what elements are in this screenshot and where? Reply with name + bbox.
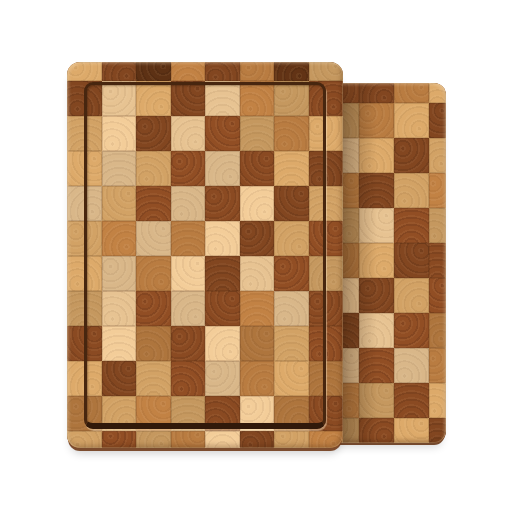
board-cell xyxy=(67,361,102,396)
board-cell xyxy=(102,186,137,221)
board-cell xyxy=(429,103,446,138)
board-cell xyxy=(136,396,171,431)
board-cell xyxy=(359,348,394,383)
board-cell xyxy=(136,291,171,326)
board-cell xyxy=(394,348,429,383)
product-photo-canvas: Two end-grain checkerboard wooden cuttin… xyxy=(0,0,510,510)
board-cell xyxy=(274,186,309,221)
board-cell xyxy=(171,116,206,151)
board-cell xyxy=(309,186,344,221)
board-cell xyxy=(240,256,275,291)
board-cell xyxy=(429,208,446,243)
board-cell xyxy=(205,186,240,221)
board-cell xyxy=(67,291,102,326)
board-cell xyxy=(394,418,429,443)
board-cell xyxy=(429,243,446,278)
board-cell xyxy=(102,431,137,448)
board-cell xyxy=(102,116,137,151)
board-cell xyxy=(171,221,206,256)
board-cell xyxy=(205,431,240,448)
board-cell xyxy=(240,361,275,396)
board-cell xyxy=(394,138,429,173)
board-cell xyxy=(102,81,137,116)
board-cell xyxy=(136,81,171,116)
board-cell xyxy=(102,326,137,361)
board-cell xyxy=(309,151,344,186)
board-cell xyxy=(429,383,446,418)
board-cell xyxy=(205,396,240,431)
board-cell xyxy=(67,186,102,221)
board-cell xyxy=(136,256,171,291)
board-cell xyxy=(394,208,429,243)
board-cell xyxy=(67,81,102,116)
board-cell xyxy=(274,396,309,431)
board-cell xyxy=(309,326,344,361)
board-cell xyxy=(171,81,206,116)
board-cell xyxy=(274,116,309,151)
board-cell xyxy=(171,396,206,431)
board-cell xyxy=(240,396,275,431)
board-cell xyxy=(136,431,171,448)
board-cell xyxy=(359,138,394,173)
board-cell xyxy=(67,62,102,81)
board-cell xyxy=(274,62,309,81)
board-cell xyxy=(136,116,171,151)
board-cell xyxy=(102,151,137,186)
board-cell xyxy=(102,291,137,326)
board-cell xyxy=(102,256,137,291)
board-cell xyxy=(102,62,137,81)
board-cell xyxy=(240,116,275,151)
board-cell xyxy=(274,431,309,448)
board-cell xyxy=(67,326,102,361)
board-cell xyxy=(136,221,171,256)
board-cell xyxy=(359,173,394,208)
board-cell xyxy=(394,103,429,138)
board-cell xyxy=(67,116,102,151)
board-cell xyxy=(171,291,206,326)
board-cell xyxy=(309,291,344,326)
board-cell xyxy=(240,81,275,116)
board-cell xyxy=(309,361,344,396)
board-cell xyxy=(429,173,446,208)
board-cell xyxy=(136,326,171,361)
board-cell xyxy=(394,173,429,208)
board-cell xyxy=(240,291,275,326)
board-cell xyxy=(136,62,171,81)
board-cell xyxy=(205,62,240,81)
board-cell xyxy=(274,221,309,256)
board-cell xyxy=(67,256,102,291)
board-cell xyxy=(171,186,206,221)
board-cell xyxy=(359,278,394,313)
board-cell xyxy=(240,221,275,256)
board-cell xyxy=(359,103,394,138)
board-cell xyxy=(309,396,344,431)
board-cell xyxy=(274,81,309,116)
board-cell xyxy=(67,221,102,256)
board-cell xyxy=(205,116,240,151)
board-cell xyxy=(205,81,240,116)
board-cell xyxy=(205,291,240,326)
board-cell xyxy=(429,313,446,348)
board-cell xyxy=(429,83,446,103)
board-cell xyxy=(67,396,102,431)
board-cell xyxy=(136,361,171,396)
board-cell xyxy=(309,62,344,81)
board-cell xyxy=(309,116,344,151)
board-cell xyxy=(240,62,275,81)
board-cell xyxy=(359,243,394,278)
board-cell xyxy=(359,83,394,103)
board-cell xyxy=(102,361,137,396)
board-cell xyxy=(394,278,429,313)
board-cell xyxy=(240,431,275,448)
board-cell xyxy=(274,151,309,186)
board-cell xyxy=(359,383,394,418)
board-cell xyxy=(136,186,171,221)
board-cell xyxy=(359,313,394,348)
board-cell xyxy=(274,326,309,361)
board-cell xyxy=(274,361,309,396)
scene-caption: Two end-grain checkerboard wooden cuttin… xyxy=(0,0,1,1)
board-cell xyxy=(205,151,240,186)
board-cell xyxy=(309,256,344,291)
board-cell xyxy=(67,431,102,448)
board-cell xyxy=(309,221,344,256)
board-cell xyxy=(429,418,446,443)
board-cell xyxy=(309,431,344,448)
board-cell xyxy=(429,278,446,313)
board-cell xyxy=(171,361,206,396)
board-cell xyxy=(171,151,206,186)
board-cell xyxy=(359,418,394,443)
board-cell xyxy=(240,186,275,221)
board-cell xyxy=(359,208,394,243)
board-cell xyxy=(102,396,137,431)
board-cell xyxy=(205,326,240,361)
board-cell xyxy=(171,256,206,291)
board-cell xyxy=(394,83,429,103)
board-cell xyxy=(136,151,171,186)
board-cell xyxy=(205,361,240,396)
front-cutting-board xyxy=(67,62,343,448)
board-cell xyxy=(171,62,206,81)
board-cell xyxy=(102,221,137,256)
board-cell xyxy=(171,326,206,361)
board-cell xyxy=(394,383,429,418)
board-cell xyxy=(429,138,446,173)
board-cell xyxy=(429,348,446,383)
board-cell xyxy=(205,221,240,256)
board-cell xyxy=(240,151,275,186)
board-cell xyxy=(309,81,344,116)
board-cell xyxy=(240,326,275,361)
board-cell xyxy=(171,431,206,448)
board-cell xyxy=(274,256,309,291)
board-cell xyxy=(67,151,102,186)
board-cell xyxy=(394,313,429,348)
board-cell xyxy=(274,291,309,326)
front-board-checker-grid xyxy=(67,62,343,448)
board-cell xyxy=(205,256,240,291)
board-cell xyxy=(394,243,429,278)
